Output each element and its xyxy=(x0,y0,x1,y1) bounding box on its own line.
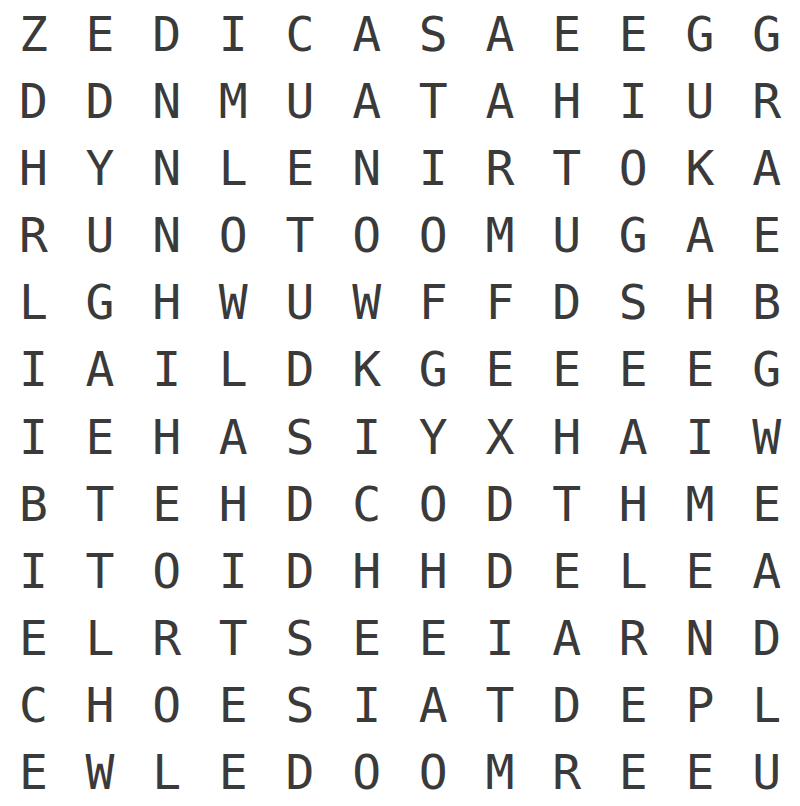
grid-cell-r7c3[interactable]: H xyxy=(133,403,200,470)
grid-cell-r10c6[interactable]: E xyxy=(333,604,400,671)
grid-cell-r3c3[interactable]: N xyxy=(133,134,200,201)
grid-cell-r11c3[interactable]: O xyxy=(133,672,200,739)
grid-cell-r2c11[interactable]: U xyxy=(667,67,734,134)
grid-cell-r8c5[interactable]: D xyxy=(267,470,334,537)
grid-cell-r10c3[interactable]: R xyxy=(133,604,200,671)
grid-cell-r12c5[interactable]: D xyxy=(267,739,334,806)
grid-cell-r2c1[interactable]: D xyxy=(0,67,67,134)
grid-cell-r5c10[interactable]: S xyxy=(600,269,667,336)
grid-cell-r1c11[interactable]: G xyxy=(667,0,734,67)
grid-cell-r7c6[interactable]: I xyxy=(333,403,400,470)
grid-cell-r4c6[interactable]: O xyxy=(333,201,400,268)
grid-cell-r8c12[interactable]: E xyxy=(733,470,800,537)
grid-cell-r1c1[interactable]: Z xyxy=(0,0,67,67)
grid-cell-r1c12[interactable]: G xyxy=(733,0,800,67)
grid-cell-r1c4[interactable]: I xyxy=(200,0,267,67)
grid-cell-r6c9[interactable]: E xyxy=(533,336,600,403)
grid-cell-r5c9[interactable]: D xyxy=(533,269,600,336)
grid-cell-r9c6[interactable]: H xyxy=(333,537,400,604)
grid-cell-r10c1[interactable]: E xyxy=(0,604,67,671)
grid-cell-r5c5[interactable]: U xyxy=(267,269,334,336)
grid-cell-r12c11[interactable]: E xyxy=(667,739,734,806)
grid-cell-r1c10[interactable]: E xyxy=(600,0,667,67)
grid-cell-r11c8[interactable]: T xyxy=(467,672,534,739)
grid-cell-r6c2[interactable]: A xyxy=(67,336,134,403)
grid-cell-r11c11[interactable]: P xyxy=(667,672,734,739)
grid-cell-r9c1[interactable]: I xyxy=(0,537,67,604)
grid-cell-r10c11[interactable]: N xyxy=(667,604,734,671)
grid-cell-r6c5[interactable]: D xyxy=(267,336,334,403)
grid-cell-r7c9[interactable]: H xyxy=(533,403,600,470)
grid-cell-r11c1[interactable]: C xyxy=(0,672,67,739)
grid-cell-r8c4[interactable]: H xyxy=(200,470,267,537)
grid-cell-r7c2[interactable]: E xyxy=(67,403,134,470)
grid-cell-r9c7[interactable]: H xyxy=(400,537,467,604)
grid-cell-r2c2[interactable]: D xyxy=(67,67,134,134)
grid-cell-r5c6[interactable]: W xyxy=(333,269,400,336)
grid-cell-r12c7[interactable]: O xyxy=(400,739,467,806)
grid-cell-r7c8[interactable]: X xyxy=(467,403,534,470)
grid-cell-r4c8[interactable]: M xyxy=(467,201,534,268)
grid-cell-r12c6[interactable]: O xyxy=(333,739,400,806)
grid-cell-r3c10[interactable]: O xyxy=(600,134,667,201)
grid-cell-r2c7[interactable]: T xyxy=(400,67,467,134)
grid-cell-r4c4[interactable]: O xyxy=(200,201,267,268)
grid-cell-r8c8[interactable]: D xyxy=(467,470,534,537)
grid-cell-r4c7[interactable]: O xyxy=(400,201,467,268)
grid-cell-r11c4[interactable]: E xyxy=(200,672,267,739)
grid-cell-r5c11[interactable]: H xyxy=(667,269,734,336)
grid-cell-r10c9[interactable]: A xyxy=(533,604,600,671)
grid-cell-r6c6[interactable]: K xyxy=(333,336,400,403)
grid-cell-r1c6[interactable]: A xyxy=(333,0,400,67)
grid-cell-r9c9[interactable]: E xyxy=(533,537,600,604)
grid-cell-r9c12[interactable]: A xyxy=(733,537,800,604)
grid-cell-r12c1[interactable]: E xyxy=(0,739,67,806)
grid-cell-r9c5[interactable]: D xyxy=(267,537,334,604)
word-search-page: ZEDICASAEEGGDDNMUATAHIURHYNLENIRTOKARUNO… xyxy=(0,0,800,806)
grid-cell-r12c8[interactable]: M xyxy=(467,739,534,806)
grid-cell-r2c5[interactable]: U xyxy=(267,67,334,134)
grid-cell-r2c4[interactable]: M xyxy=(200,67,267,134)
grid-cell-r6c12[interactable]: G xyxy=(733,336,800,403)
grid-cell-r10c4[interactable]: T xyxy=(200,604,267,671)
grid-cell-r3c5[interactable]: E xyxy=(267,134,334,201)
grid-cell-r12c2[interactable]: W xyxy=(67,739,134,806)
grid-cell-r9c2[interactable]: T xyxy=(67,537,134,604)
grid-cell-r7c7[interactable]: Y xyxy=(400,403,467,470)
grid-cell-r10c12[interactable]: D xyxy=(733,604,800,671)
grid-cell-r4c12[interactable]: E xyxy=(733,201,800,268)
grid-cell-r11c9[interactable]: D xyxy=(533,672,600,739)
grid-cell-r4c2[interactable]: U xyxy=(67,201,134,268)
grid-cell-r1c7[interactable]: S xyxy=(400,0,467,67)
grid-cell-r10c7[interactable]: E xyxy=(400,604,467,671)
grid-cell-r4c9[interactable]: U xyxy=(533,201,600,268)
grid-cell-r3c9[interactable]: T xyxy=(533,134,600,201)
grid-cell-r11c12[interactable]: L xyxy=(733,672,800,739)
grid-cell-r4c10[interactable]: G xyxy=(600,201,667,268)
grid-cell-r6c1[interactable]: I xyxy=(0,336,67,403)
grid-cell-r8c10[interactable]: H xyxy=(600,470,667,537)
grid-cell-r1c9[interactable]: E xyxy=(533,0,600,67)
grid-cell-r4c3[interactable]: N xyxy=(133,201,200,268)
grid-cell-r3c11[interactable]: K xyxy=(667,134,734,201)
grid-cell-r6c4[interactable]: L xyxy=(200,336,267,403)
grid-cell-r11c6[interactable]: I xyxy=(333,672,400,739)
word-search-grid: ZEDICASAEEGGDDNMUATAHIURHYNLENIRTOKARUNO… xyxy=(0,0,800,806)
grid-cell-r12c10[interactable]: E xyxy=(600,739,667,806)
grid-cell-r3c8[interactable]: R xyxy=(467,134,534,201)
grid-cell-r7c1[interactable]: I xyxy=(0,403,67,470)
grid-cell-r9c3[interactable]: O xyxy=(133,537,200,604)
grid-cell-r11c2[interactable]: H xyxy=(67,672,134,739)
grid-cell-r9c10[interactable]: L xyxy=(600,537,667,604)
grid-cell-r4c1[interactable]: R xyxy=(0,201,67,268)
grid-cell-r3c2[interactable]: Y xyxy=(67,134,134,201)
grid-cell-r12c4[interactable]: E xyxy=(200,739,267,806)
grid-cell-r8c6[interactable]: C xyxy=(333,470,400,537)
grid-cell-r10c2[interactable]: L xyxy=(67,604,134,671)
grid-cell-r7c11[interactable]: I xyxy=(667,403,734,470)
grid-cell-r2c6[interactable]: A xyxy=(333,67,400,134)
grid-cell-r2c10[interactable]: I xyxy=(600,67,667,134)
grid-cell-r5c4[interactable]: W xyxy=(200,269,267,336)
grid-cell-r10c10[interactable]: R xyxy=(600,604,667,671)
grid-cell-r12c9[interactable]: R xyxy=(533,739,600,806)
grid-cell-r5c7[interactable]: F xyxy=(400,269,467,336)
grid-cell-r6c11[interactable]: E xyxy=(667,336,734,403)
grid-cell-r5c3[interactable]: H xyxy=(133,269,200,336)
grid-cell-r9c8[interactable]: D xyxy=(467,537,534,604)
grid-cell-r2c8[interactable]: A xyxy=(467,67,534,134)
grid-cell-r11c5[interactable]: S xyxy=(267,672,334,739)
grid-cell-r6c7[interactable]: G xyxy=(400,336,467,403)
grid-cell-r7c5[interactable]: S xyxy=(267,403,334,470)
grid-cell-r2c9[interactable]: H xyxy=(533,67,600,134)
grid-cell-r8c1[interactable]: B xyxy=(0,470,67,537)
grid-cell-r2c3[interactable]: N xyxy=(133,67,200,134)
grid-cell-r11c10[interactable]: E xyxy=(600,672,667,739)
grid-cell-r9c11[interactable]: E xyxy=(667,537,734,604)
grid-cell-r4c11[interactable]: A xyxy=(667,201,734,268)
grid-cell-r6c3[interactable]: I xyxy=(133,336,200,403)
grid-cell-r7c12[interactable]: W xyxy=(733,403,800,470)
grid-cell-r8c9[interactable]: T xyxy=(533,470,600,537)
grid-cell-r5c2[interactable]: G xyxy=(67,269,134,336)
grid-cell-r9c4[interactable]: I xyxy=(200,537,267,604)
grid-cell-r2c12[interactable]: R xyxy=(733,67,800,134)
grid-cell-r12c3[interactable]: L xyxy=(133,739,200,806)
grid-cell-r7c10[interactable]: A xyxy=(600,403,667,470)
grid-cell-r7c4[interactable]: A xyxy=(200,403,267,470)
grid-cell-r4c5[interactable]: T xyxy=(267,201,334,268)
grid-cell-r1c8[interactable]: A xyxy=(467,0,534,67)
grid-cell-r3c1[interactable]: H xyxy=(0,134,67,201)
grid-cell-r6c8[interactable]: E xyxy=(467,336,534,403)
grid-cell-r8c2[interactable]: T xyxy=(67,470,134,537)
grid-cell-r5c12[interactable]: B xyxy=(733,269,800,336)
grid-cell-r8c7[interactable]: O xyxy=(400,470,467,537)
grid-cell-r3c6[interactable]: N xyxy=(333,134,400,201)
grid-cell-r5c1[interactable]: L xyxy=(0,269,67,336)
grid-cell-r12c12[interactable]: U xyxy=(733,739,800,806)
grid-cell-r3c7[interactable]: I xyxy=(400,134,467,201)
grid-cell-r10c5[interactable]: S xyxy=(267,604,334,671)
grid-cell-r6c10[interactable]: E xyxy=(600,336,667,403)
grid-cell-r8c3[interactable]: E xyxy=(133,470,200,537)
grid-cell-r10c8[interactable]: I xyxy=(467,604,534,671)
grid-cell-r11c7[interactable]: A xyxy=(400,672,467,739)
grid-cell-r3c12[interactable]: A xyxy=(733,134,800,201)
grid-cell-r1c2[interactable]: E xyxy=(67,0,134,67)
grid-cell-r1c3[interactable]: D xyxy=(133,0,200,67)
grid-cell-r1c5[interactable]: C xyxy=(267,0,334,67)
grid-cell-r5c8[interactable]: F xyxy=(467,269,534,336)
grid-cell-r8c11[interactable]: M xyxy=(667,470,734,537)
grid-cell-r3c4[interactable]: L xyxy=(200,134,267,201)
